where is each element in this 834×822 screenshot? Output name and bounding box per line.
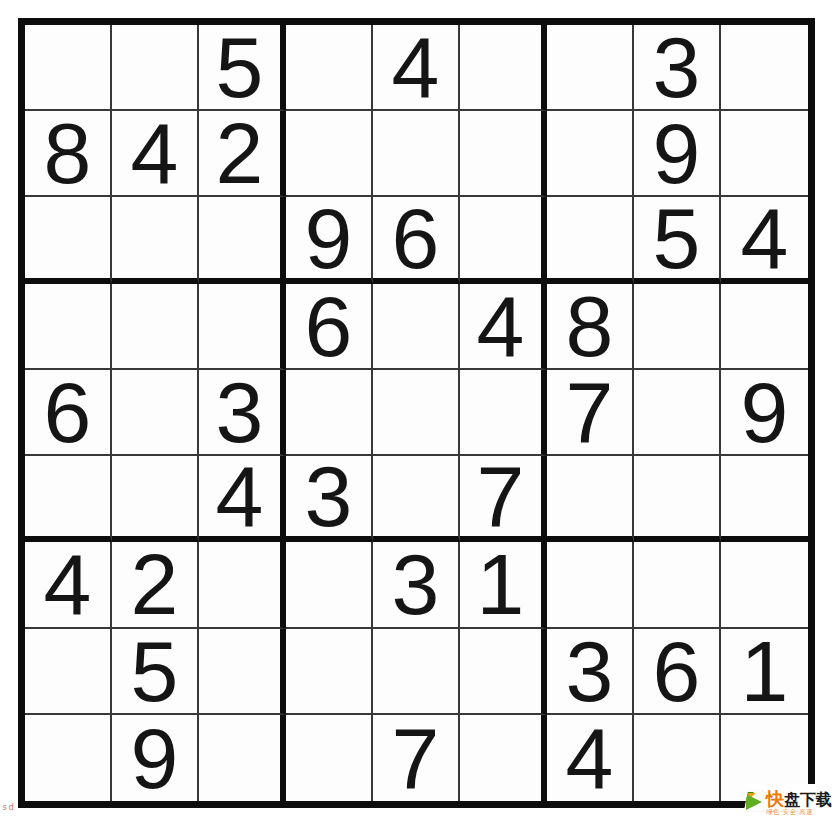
cell-r7c1[interactable]: 4 (25, 542, 112, 628)
cell-r3c4[interactable]: 9 (286, 197, 373, 283)
cell-r9c6[interactable] (460, 715, 547, 801)
cell-r4c1[interactable] (25, 284, 112, 370)
cell-r7c3[interactable] (199, 542, 286, 628)
cell-r4c9[interactable] (721, 284, 808, 370)
cell-r6c9[interactable] (721, 456, 808, 542)
cell-r7c4[interactable] (286, 542, 373, 628)
cell-r3c5[interactable]: 6 (373, 197, 460, 283)
cell-r8c9[interactable]: 1 (721, 629, 808, 715)
cell-r5c9[interactable]: 9 (721, 370, 808, 456)
watermark-brand-highlight: 快 (766, 790, 784, 808)
cell-r6c6[interactable]: 7 (460, 456, 547, 542)
cell-r2c6[interactable] (460, 111, 547, 197)
cell-r5c1[interactable]: 6 (25, 370, 112, 456)
cell-r1c3[interactable]: 5 (199, 25, 286, 111)
cell-r6c8[interactable] (634, 456, 721, 542)
cell-r8c7[interactable]: 3 (547, 629, 634, 715)
cell-r6c1[interactable] (25, 456, 112, 542)
cell-r9c4[interactable] (286, 715, 373, 801)
cell-r8c1[interactable] (25, 629, 112, 715)
cell-r9c5[interactable]: 7 (373, 715, 460, 801)
cell-r7c9[interactable] (721, 542, 808, 628)
watermark-tagline: 绿色·安全·高速 (766, 809, 813, 816)
cell-r4c4[interactable]: 6 (286, 284, 373, 370)
sudoku-board: 54384299654648637943742315361974 (18, 18, 815, 808)
cell-r3c2[interactable] (112, 197, 199, 283)
cell-r1c2[interactable] (112, 25, 199, 111)
cell-r5c2[interactable] (112, 370, 199, 456)
cell-r1c4[interactable] (286, 25, 373, 111)
cell-r8c8[interactable]: 6 (634, 629, 721, 715)
cell-r2c7[interactable] (547, 111, 634, 197)
cell-r5c3[interactable]: 3 (199, 370, 286, 456)
cell-r2c3[interactable]: 2 (199, 111, 286, 197)
cell-r6c3[interactable]: 4 (199, 456, 286, 542)
cell-r6c5[interactable] (373, 456, 460, 542)
watermark-brand: 快 盘下载 (766, 790, 832, 808)
cell-r2c1[interactable]: 8 (25, 111, 112, 197)
cell-r3c9[interactable]: 4 (721, 197, 808, 283)
cell-r4c3[interactable] (199, 284, 286, 370)
cell-r2c8[interactable]: 9 (634, 111, 721, 197)
watermark-text: 快 盘下载 绿色·安全·高速 (766, 790, 832, 816)
cell-r3c6[interactable] (460, 197, 547, 283)
cell-r8c3[interactable] (199, 629, 286, 715)
cell-r2c4[interactable] (286, 111, 373, 197)
cell-r7c2[interactable]: 2 (112, 542, 199, 628)
cell-r1c1[interactable] (25, 25, 112, 111)
cell-r2c5[interactable] (373, 111, 460, 197)
cell-r5c4[interactable] (286, 370, 373, 456)
watermark-brand-rest: 盘下载 (784, 792, 832, 808)
cell-r3c7[interactable] (547, 197, 634, 283)
corner-note: sd (2, 802, 15, 812)
cell-r6c7[interactable] (547, 456, 634, 542)
cell-r4c5[interactable] (373, 284, 460, 370)
cell-r7c7[interactable] (547, 542, 634, 628)
cell-r5c7[interactable]: 7 (547, 370, 634, 456)
cell-r8c4[interactable] (286, 629, 373, 715)
cell-r8c6[interactable] (460, 629, 547, 715)
cell-r9c1[interactable] (25, 715, 112, 801)
cell-r8c2[interactable]: 5 (112, 629, 199, 715)
cell-r4c7[interactable]: 8 (547, 284, 634, 370)
cell-r7c8[interactable] (634, 542, 721, 628)
sudoku-page: 54384299654648637943742315361974 sd 快 盘下… (0, 0, 834, 822)
cell-r2c9[interactable] (721, 111, 808, 197)
cell-r7c5[interactable]: 3 (373, 542, 460, 628)
cell-r5c5[interactable] (373, 370, 460, 456)
cell-r1c8[interactable]: 3 (634, 25, 721, 111)
cell-r1c5[interactable]: 4 (373, 25, 460, 111)
cell-r4c8[interactable] (634, 284, 721, 370)
cell-r2c2[interactable]: 4 (112, 111, 199, 197)
cell-r9c7[interactable]: 4 (547, 715, 634, 801)
cell-r9c3[interactable] (199, 715, 286, 801)
cell-r3c8[interactable]: 5 (634, 197, 721, 283)
cell-r7c6[interactable]: 1 (460, 542, 547, 628)
cell-r4c6[interactable]: 4 (460, 284, 547, 370)
cell-r1c7[interactable] (547, 25, 634, 111)
cell-r6c2[interactable] (112, 456, 199, 542)
cell-r9c2[interactable]: 9 (112, 715, 199, 801)
cell-r5c8[interactable] (634, 370, 721, 456)
cell-r9c8[interactable] (634, 715, 721, 801)
cell-r1c6[interactable] (460, 25, 547, 111)
cell-r4c2[interactable] (112, 284, 199, 370)
cell-r1c9[interactable] (721, 25, 808, 111)
cell-r3c3[interactable] (199, 197, 286, 283)
cell-r8c5[interactable] (373, 629, 460, 715)
watermark-badge: 快 盘下载 绿色·安全·高速 (740, 784, 834, 822)
cell-r3c1[interactable] (25, 197, 112, 283)
cell-r5c6[interactable] (460, 370, 547, 456)
cell-r6c4[interactable]: 3 (286, 456, 373, 542)
